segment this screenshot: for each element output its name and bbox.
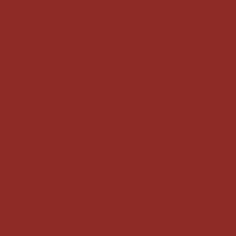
chess-board (2, 2, 234, 234)
board-frame (0, 0, 236, 236)
